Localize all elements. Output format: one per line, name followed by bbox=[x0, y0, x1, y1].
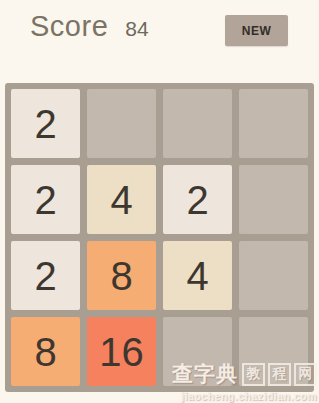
cell-r2c1: 8 bbox=[87, 241, 156, 310]
cell-r1c0: 2 bbox=[11, 165, 80, 234]
header: Score 84 NEW bbox=[0, 0, 319, 60]
new-game-button[interactable]: NEW bbox=[225, 15, 288, 46]
game-board[interactable]: 2 2 4 2 2 8 4 8 16 bbox=[5, 83, 314, 392]
cell-r0c2 bbox=[163, 89, 232, 158]
cell-r1c2: 2 bbox=[163, 165, 232, 234]
cell-r2c3 bbox=[239, 241, 308, 310]
cell-r3c3 bbox=[239, 317, 308, 386]
cell-r3c2 bbox=[163, 317, 232, 386]
cell-r0c3 bbox=[239, 89, 308, 158]
score-label: Score bbox=[30, 10, 108, 43]
score-group: Score 84 bbox=[30, 10, 149, 43]
cell-r0c0: 2 bbox=[11, 89, 80, 158]
cell-r2c2: 4 bbox=[163, 241, 232, 310]
cell-r1c1: 4 bbox=[87, 165, 156, 234]
cell-r0c1 bbox=[87, 89, 156, 158]
cell-r2c0: 2 bbox=[11, 241, 80, 310]
cell-r3c1: 16 bbox=[87, 317, 156, 386]
cell-r1c3 bbox=[239, 165, 308, 234]
score-value: 84 bbox=[125, 17, 148, 41]
cell-r3c0: 8 bbox=[11, 317, 80, 386]
